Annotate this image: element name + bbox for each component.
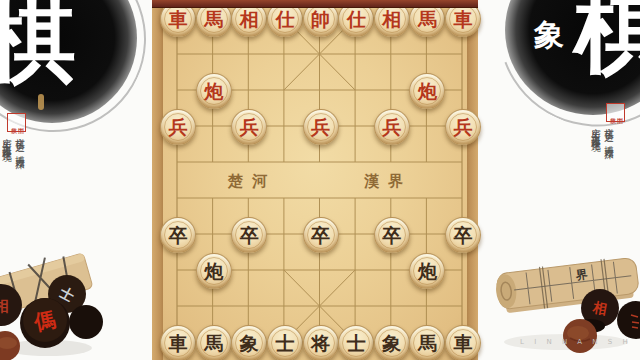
ink-drip	[38, 94, 44, 110]
right-decor-panel: 象 棋 中国 象棋 棋艺之道，博大精深 穷毕生之力也难臻化境。 界 相	[478, 0, 640, 360]
piece-ma: 傌	[20, 298, 70, 348]
board-top-edge	[152, 0, 478, 8]
video-frame: 棋 中国 象棋 棋艺之道，博大精深 穷毕生之力也难臻化境。 相 士	[0, 0, 640, 360]
xiangqi-piece-black-卒[interactable]: 卒	[303, 217, 339, 253]
left-decor-panel: 棋 中国 象棋 棋艺之道，博大精深 穷毕生之力也难臻化境。 相 士	[0, 0, 152, 360]
calligraphy-xiang-character: 象	[534, 20, 564, 50]
svg-text:相: 相	[591, 299, 609, 317]
xiangqi-board[interactable]: 楚河 漢界 車馬相仕帥仕相馬車炮炮兵兵兵兵兵卒卒卒卒卒炮炮車馬象士将士象馬車	[152, 0, 478, 360]
xiangqi-piece-black-象[interactable]: 象	[231, 325, 267, 360]
seal-stamp-right: 中国 象棋	[606, 103, 625, 122]
svg-text:相: 相	[0, 297, 9, 315]
xiangqi-piece-red-兵[interactable]: 兵	[160, 109, 196, 145]
piece-back	[69, 305, 103, 339]
xiangqi-piece-black-将[interactable]: 将	[303, 325, 339, 360]
xiangqi-piece-black-象[interactable]: 象	[374, 325, 410, 360]
xiangqi-piece-red-兵[interactable]: 兵	[445, 109, 481, 145]
xiangqi-piece-black-炮[interactable]: 炮	[196, 253, 232, 289]
xiangqi-piece-black-卒[interactable]: 卒	[374, 217, 410, 253]
piece-partial-right-edge	[617, 301, 640, 339]
piece-rosewood	[0, 331, 20, 360]
piece-rosewood	[563, 319, 597, 353]
xiangqi-piece-black-車[interactable]: 車	[160, 325, 196, 360]
xiangqi-piece-black-卒[interactable]: 卒	[231, 217, 267, 253]
xiangqi-piece-black-車[interactable]: 車	[445, 325, 481, 360]
xiangqi-piece-red-兵[interactable]: 兵	[231, 109, 267, 145]
calligraphy-qi-character: 棋	[0, 0, 76, 86]
xiangqi-piece-black-卒[interactable]: 卒	[160, 217, 196, 253]
calligraphy-qi-character-right: 棋	[574, 0, 640, 78]
photo-wooden-pieces-left: 相 士 傌	[0, 248, 112, 360]
xiangqi-piece-black-士[interactable]: 士	[267, 325, 303, 360]
xiangqi-piece-black-馬[interactable]: 馬	[409, 325, 445, 360]
xiangqi-piece-red-兵[interactable]: 兵	[303, 109, 339, 145]
scroll-jie-character: 界	[574, 267, 589, 282]
xiangqi-piece-red-炮[interactable]: 炮	[409, 73, 445, 109]
xiangqi-piece-black-馬[interactable]: 馬	[196, 325, 232, 360]
poem-text-left: 棋艺之道，博大精深 穷毕生之力也难臻化境。	[1, 131, 27, 259]
watermark-text: L I N N A N S H	[520, 338, 632, 346]
xiangqi-piece-black-卒[interactable]: 卒	[445, 217, 481, 253]
pieces-layer: 車馬相仕帥仕相馬車炮炮兵兵兵兵兵卒卒卒卒卒炮炮車馬象士将士象馬車	[152, 0, 478, 360]
xiangqi-piece-red-炮[interactable]: 炮	[196, 73, 232, 109]
xiangqi-piece-black-士[interactable]: 士	[338, 325, 374, 360]
seal-stamp-left: 中国 象棋	[7, 113, 26, 132]
xiangqi-piece-black-炮[interactable]: 炮	[409, 253, 445, 289]
xiangqi-piece-red-兵[interactable]: 兵	[374, 109, 410, 145]
